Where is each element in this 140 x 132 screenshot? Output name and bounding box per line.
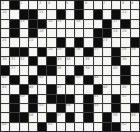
cell[interactable] xyxy=(84,123,92,131)
black-cell xyxy=(29,20,37,28)
cell[interactable] xyxy=(29,48,37,56)
cell[interactable]: 39 xyxy=(84,66,92,74)
black-cell xyxy=(94,29,102,37)
cell[interactable] xyxy=(38,38,46,46)
cell[interactable] xyxy=(121,113,129,121)
cell[interactable]: 57 xyxy=(57,113,65,121)
clue-number: 44 xyxy=(94,76,98,79)
clue-number: 40 xyxy=(113,66,117,69)
cell[interactable]: 34 xyxy=(66,57,74,65)
black-cell xyxy=(131,38,139,46)
clue-number: 28 xyxy=(122,48,126,51)
black-cell xyxy=(38,48,46,56)
black-cell xyxy=(29,104,37,112)
cell[interactable] xyxy=(112,1,120,9)
clue-number: 53 xyxy=(39,104,43,107)
cell[interactable] xyxy=(131,123,139,131)
cell[interactable] xyxy=(47,29,55,37)
cell[interactable]: 12 xyxy=(121,10,129,18)
clue-number: 8 xyxy=(122,1,124,4)
black-cell xyxy=(131,104,139,112)
cell[interactable] xyxy=(38,113,46,121)
clue-number: 45 xyxy=(2,85,6,88)
cell[interactable]: 16 xyxy=(75,20,83,28)
cell[interactable] xyxy=(66,66,74,74)
clue-number: 30 xyxy=(2,57,6,60)
cell[interactable] xyxy=(121,104,129,112)
black-cell xyxy=(112,104,120,112)
clue-number: 60 xyxy=(2,123,6,126)
black-cell xyxy=(103,29,111,37)
clue-number: 15 xyxy=(57,20,61,23)
cell[interactable] xyxy=(121,38,129,46)
cell[interactable]: 60 xyxy=(1,123,9,131)
black-cell xyxy=(75,38,83,46)
cell[interactable] xyxy=(66,38,74,46)
clue-number: 3 xyxy=(39,1,41,4)
black-cell xyxy=(20,113,28,121)
clue-number: 57 xyxy=(57,113,61,116)
clue-number: 35 xyxy=(85,57,89,60)
clue-number: 32 xyxy=(20,57,24,60)
cell[interactable]: 22 xyxy=(29,38,37,46)
clue-number: 9 xyxy=(131,1,133,4)
cell[interactable] xyxy=(1,20,9,28)
cell[interactable]: 31 xyxy=(10,57,18,65)
cell[interactable] xyxy=(75,29,83,37)
clue-number: 51 xyxy=(94,95,98,98)
black-cell xyxy=(10,48,18,56)
clue-number: 25 xyxy=(57,48,61,51)
clue-number: 13 xyxy=(20,20,24,23)
cell[interactable] xyxy=(20,38,28,46)
cell[interactable]: 32 xyxy=(20,57,28,65)
clue-number: 1 xyxy=(2,1,4,4)
clue-number: 29 xyxy=(131,48,135,51)
cell[interactable]: 48 xyxy=(103,85,111,93)
clue-number: 10 xyxy=(2,10,6,13)
black-cell xyxy=(94,38,102,46)
black-cell xyxy=(10,95,18,103)
cell[interactable] xyxy=(94,113,102,121)
black-cell xyxy=(20,10,28,18)
clue-number: 33 xyxy=(57,57,61,60)
cell[interactable]: 13 xyxy=(20,20,28,28)
black-cell xyxy=(10,20,18,28)
cell[interactable]: 42 xyxy=(38,76,46,84)
black-cell xyxy=(84,76,92,84)
cell[interactable] xyxy=(66,29,74,37)
cell[interactable]: 41 xyxy=(1,76,9,84)
cell[interactable]: 8 xyxy=(121,1,129,9)
black-cell xyxy=(47,66,55,74)
cell[interactable] xyxy=(29,123,37,131)
clue-number: 12 xyxy=(122,10,126,13)
clue-number: 4 xyxy=(48,1,50,4)
cell[interactable] xyxy=(131,95,139,103)
clue-number: 19 xyxy=(113,29,117,32)
clue-number: 16 xyxy=(76,20,80,23)
cell[interactable]: 27 xyxy=(94,48,102,56)
cell[interactable] xyxy=(103,10,111,18)
cell[interactable] xyxy=(84,85,92,93)
cell[interactable] xyxy=(29,1,37,9)
cell[interactable] xyxy=(103,48,111,56)
clue-number: 5 xyxy=(66,1,68,4)
cell[interactable] xyxy=(20,123,28,131)
clue-number: 37 xyxy=(11,66,15,69)
clue-number: 23 xyxy=(103,38,107,41)
cell[interactable]: 26 xyxy=(75,48,83,56)
cell[interactable] xyxy=(47,10,55,18)
cell[interactable]: 54 xyxy=(66,104,74,112)
clue-number: 54 xyxy=(66,104,70,107)
cell[interactable] xyxy=(94,57,102,65)
cell[interactable] xyxy=(75,95,83,103)
black-cell xyxy=(103,20,111,28)
cell[interactable] xyxy=(38,85,46,93)
cell[interactable] xyxy=(38,57,46,65)
cell[interactable] xyxy=(1,104,9,112)
cell[interactable]: 30 xyxy=(1,57,9,65)
black-cell xyxy=(94,85,102,93)
crossword-grid: 1234567891011121314151617181920212223242… xyxy=(0,0,140,132)
black-cell xyxy=(75,66,83,74)
cell[interactable] xyxy=(10,38,18,46)
cell[interactable]: 11 xyxy=(38,10,46,18)
cell[interactable]: 49 xyxy=(121,85,129,93)
cell[interactable]: 35 xyxy=(84,57,92,65)
cell[interactable]: 56 xyxy=(29,113,37,121)
black-cell xyxy=(20,85,28,93)
black-cell xyxy=(66,76,74,84)
black-cell xyxy=(29,10,37,18)
clue-number: 39 xyxy=(85,66,89,69)
cell[interactable] xyxy=(57,76,65,84)
black-cell xyxy=(10,1,18,9)
black-cell xyxy=(38,20,46,28)
cell[interactable] xyxy=(47,104,55,112)
cell[interactable]: 36 xyxy=(121,57,129,65)
clue-number: 18 xyxy=(39,29,43,32)
clue-number: 31 xyxy=(11,57,15,60)
clue-number: 26 xyxy=(76,48,80,51)
cell[interactable] xyxy=(47,38,55,46)
black-cell xyxy=(20,48,28,56)
black-cell xyxy=(10,113,18,121)
cell[interactable] xyxy=(75,85,83,93)
cell[interactable] xyxy=(103,104,111,112)
cell[interactable] xyxy=(66,85,74,93)
cell[interactable]: 51 xyxy=(94,95,102,103)
cell[interactable] xyxy=(20,76,28,84)
black-cell xyxy=(103,123,111,131)
black-cell xyxy=(66,113,74,121)
clue-number: 52 xyxy=(122,95,126,98)
cell[interactable]: 53 xyxy=(38,104,46,112)
black-cell xyxy=(57,10,65,18)
clue-number: 50 xyxy=(20,95,24,98)
cell[interactable] xyxy=(10,123,18,131)
cell[interactable]: 55 xyxy=(94,104,102,112)
cell[interactable]: 5 xyxy=(66,1,74,9)
cell[interactable]: 2 xyxy=(20,1,28,9)
cell[interactable] xyxy=(84,10,92,18)
clue-number: 56 xyxy=(29,113,33,116)
clue-number: 59 xyxy=(131,113,135,116)
cell[interactable] xyxy=(131,85,139,93)
cell[interactable] xyxy=(75,104,83,112)
cell[interactable] xyxy=(84,38,92,46)
black-cell xyxy=(94,10,102,18)
cell[interactable] xyxy=(1,113,9,121)
clue-number: 58 xyxy=(113,113,117,116)
black-cell xyxy=(57,104,65,112)
cell[interactable]: 25 xyxy=(57,48,65,56)
black-cell xyxy=(121,66,129,74)
cell[interactable] xyxy=(1,29,9,37)
black-cell xyxy=(112,57,120,65)
cell[interactable]: 20 xyxy=(121,29,129,37)
cell[interactable]: 24 xyxy=(47,48,55,56)
cell[interactable]: 33 xyxy=(57,57,65,65)
cell[interactable]: 23 xyxy=(103,38,111,46)
clue-number: 2 xyxy=(20,1,22,4)
black-cell xyxy=(29,29,37,37)
cell[interactable]: 29 xyxy=(131,48,139,56)
cell[interactable] xyxy=(131,20,139,28)
cell[interactable]: 37 xyxy=(10,66,18,74)
cell[interactable] xyxy=(103,76,111,84)
black-cell xyxy=(47,85,55,93)
black-cell xyxy=(29,76,37,84)
black-cell xyxy=(84,95,92,103)
cell[interactable] xyxy=(20,66,28,74)
clue-number: 42 xyxy=(39,76,43,79)
cell[interactable] xyxy=(75,123,83,131)
cell[interactable]: 61 xyxy=(47,123,55,131)
clue-number: 22 xyxy=(29,38,33,41)
cell[interactable] xyxy=(112,85,120,93)
clue-number: 21 xyxy=(2,38,6,41)
cell[interactable]: 50 xyxy=(20,95,28,103)
cell[interactable] xyxy=(20,29,28,37)
clue-number: 7 xyxy=(103,1,105,4)
black-cell xyxy=(112,123,120,131)
cell[interactable] xyxy=(66,123,74,131)
cell[interactable] xyxy=(66,20,74,28)
black-cell xyxy=(57,38,65,46)
cell[interactable] xyxy=(103,66,111,74)
cell[interactable]: 9 xyxy=(131,1,139,9)
clue-number: 34 xyxy=(66,57,70,60)
cell[interactable] xyxy=(103,57,111,65)
cell[interactable] xyxy=(1,48,9,56)
clue-number: 49 xyxy=(122,85,126,88)
cell[interactable] xyxy=(94,123,102,131)
cell[interactable] xyxy=(66,10,74,18)
black-cell xyxy=(29,95,37,103)
clue-number: 36 xyxy=(122,57,126,60)
cell[interactable]: 62 xyxy=(121,123,129,131)
cell[interactable] xyxy=(94,66,102,74)
black-cell xyxy=(10,29,18,37)
black-cell xyxy=(38,123,46,131)
cell[interactable] xyxy=(10,85,18,93)
cell[interactable] xyxy=(131,10,139,18)
black-cell xyxy=(10,76,18,84)
cell[interactable]: 1 xyxy=(1,1,9,9)
cell[interactable] xyxy=(10,10,18,18)
clue-number: 27 xyxy=(94,48,98,51)
black-cell xyxy=(103,113,111,121)
cell[interactable] xyxy=(20,104,28,112)
cell[interactable]: 7 xyxy=(103,1,111,9)
cell[interactable]: 46 xyxy=(29,85,37,93)
cell[interactable] xyxy=(84,29,92,37)
cell[interactable]: 59 xyxy=(131,113,139,121)
cell[interactable] xyxy=(1,95,9,103)
black-cell xyxy=(75,10,83,18)
cell[interactable] xyxy=(57,123,65,131)
cell[interactable]: 15 xyxy=(57,20,65,28)
clue-number: 55 xyxy=(94,104,98,107)
clue-number: 62 xyxy=(122,123,126,126)
clue-number: 11 xyxy=(39,10,43,13)
cell[interactable]: 19 xyxy=(112,29,120,37)
cell[interactable]: 28 xyxy=(121,48,129,56)
cell[interactable]: 6 xyxy=(84,1,92,9)
black-cell xyxy=(47,57,55,65)
clue-number: 20 xyxy=(122,29,126,32)
black-cell xyxy=(84,104,92,112)
black-cell xyxy=(47,95,55,103)
clue-number: 17 xyxy=(113,20,117,23)
cell[interactable] xyxy=(131,66,139,74)
cell[interactable] xyxy=(94,1,102,9)
cell[interactable] xyxy=(75,57,83,65)
cell[interactable]: 47 xyxy=(57,85,65,93)
cell[interactable]: 43 xyxy=(75,76,83,84)
black-cell xyxy=(121,76,129,84)
cell[interactable]: 3 xyxy=(38,1,46,9)
black-cell xyxy=(1,66,9,74)
clue-number: 43 xyxy=(76,76,80,79)
clue-number: 47 xyxy=(57,85,61,88)
clue-number: 48 xyxy=(103,85,107,88)
black-cell xyxy=(47,113,55,121)
black-cell xyxy=(75,1,83,9)
cell[interactable]: 21 xyxy=(1,38,9,46)
black-cell xyxy=(112,10,120,18)
cell[interactable] xyxy=(38,95,46,103)
black-cell xyxy=(112,95,120,103)
black-cell xyxy=(112,48,120,56)
black-cell xyxy=(84,48,92,56)
cell[interactable] xyxy=(112,76,120,84)
cell[interactable] xyxy=(57,1,65,9)
cell[interactable] xyxy=(47,76,55,84)
cell[interactable] xyxy=(103,95,111,103)
black-cell xyxy=(29,57,37,65)
black-cell xyxy=(10,104,18,112)
cell[interactable]: 10 xyxy=(1,10,9,18)
cell[interactable]: 45 xyxy=(1,85,9,93)
cell[interactable] xyxy=(94,20,102,28)
black-cell xyxy=(38,66,46,74)
black-cell xyxy=(66,48,74,56)
clue-number: 6 xyxy=(85,1,87,4)
clue-number: 14 xyxy=(48,20,52,23)
cell[interactable] xyxy=(75,113,83,121)
clue-number: 41 xyxy=(2,76,6,79)
cell[interactable]: 17 xyxy=(112,20,120,28)
cell[interactable]: 40 xyxy=(112,66,120,74)
clue-number: 38 xyxy=(57,66,61,69)
black-cell xyxy=(121,20,129,28)
cell[interactable]: 4 xyxy=(47,1,55,9)
cell[interactable] xyxy=(131,76,139,84)
cell[interactable]: 52 xyxy=(121,95,129,103)
cell[interactable]: 58 xyxy=(112,113,120,121)
cell[interactable] xyxy=(29,66,37,74)
cell[interactable] xyxy=(84,20,92,28)
clue-number: 61 xyxy=(48,123,52,126)
black-cell xyxy=(57,95,65,103)
clue-number: 24 xyxy=(48,48,52,51)
black-cell xyxy=(84,113,92,121)
cell[interactable]: 44 xyxy=(94,76,102,84)
cell[interactable] xyxy=(131,57,139,65)
cell[interactable]: 38 xyxy=(57,66,65,74)
cell[interactable] xyxy=(131,29,139,37)
cell[interactable]: 18 xyxy=(38,29,46,37)
cell[interactable]: 14 xyxy=(47,20,55,28)
cell[interactable] xyxy=(57,29,65,37)
cell[interactable] xyxy=(112,38,120,46)
clue-number: 46 xyxy=(29,85,33,88)
black-cell xyxy=(66,95,74,103)
